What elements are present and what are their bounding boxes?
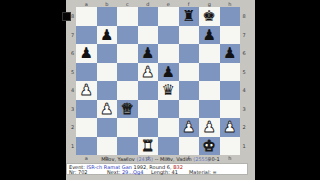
players-separator: -- — [153, 156, 160, 162]
board-panel: abcdefgh abcdefgh 87654321 87654321 ♜♚♟♟… — [66, 0, 255, 180]
square-b7: ♟ — [97, 26, 118, 45]
square-e4: ♛ — [158, 81, 179, 100]
square-a4: ♟ — [76, 81, 97, 100]
square-a3 — [76, 100, 97, 119]
square-b5 — [97, 63, 118, 82]
rank-label-7: 7 — [70, 26, 76, 45]
square-a8 — [76, 7, 97, 26]
white-pawn-d5: ♟ — [138, 63, 159, 82]
file-label-f: f — [179, 1, 200, 7]
black-pawn-a6: ♟ — [76, 44, 97, 63]
square-h2: ♟ — [220, 118, 241, 137]
square-b1 — [97, 137, 118, 156]
rank-label-6: 6 — [70, 44, 76, 63]
square-c3: ♛ — [117, 100, 138, 119]
white-pawn-g2: ♟ — [199, 118, 220, 137]
next-move: Next: 29...Qg4 — [107, 170, 143, 175]
rank-label-5: 5 — [241, 63, 247, 82]
rank-label-7: 7 — [241, 26, 247, 45]
square-c2 — [117, 118, 138, 137]
square-f3 — [179, 100, 200, 119]
rank-label-2: 2 — [70, 118, 76, 137]
square-d7 — [138, 26, 159, 45]
game-result: 0-1 — [210, 156, 220, 162]
white-player-name: Milov, Yaacov — [101, 156, 135, 162]
rank-labels-right: 87654321 — [241, 7, 247, 155]
white-pawn-b3: ♟ — [97, 100, 118, 119]
file-label-c: c — [117, 1, 138, 7]
square-b6 — [97, 44, 118, 63]
square-g2: ♟ — [199, 118, 220, 137]
square-g1: ♚ — [199, 137, 220, 156]
players-line: Milov, Yaacov (2415) -- Milov, Vadim (25… — [66, 157, 255, 162]
square-c4 — [117, 81, 138, 100]
white-king-g1: ♚ — [199, 137, 220, 156]
square-d8 — [138, 7, 159, 26]
black-player-name: Milov, Vadim — [160, 156, 192, 162]
rank-label-3: 3 — [70, 100, 76, 119]
square-c5 — [117, 63, 138, 82]
white-pawn-f2: ♟ — [179, 118, 200, 137]
black-pawn-b7: ♟ — [97, 26, 118, 45]
white-pawn-h2: ♟ — [220, 118, 241, 137]
rank-labels-left: 87654321 — [70, 7, 76, 155]
square-d1: ♜ — [138, 137, 159, 156]
square-a5 — [76, 63, 97, 82]
square-b8 — [97, 7, 118, 26]
game-length: Length: 41 — [151, 170, 178, 175]
black-to-move-indicator — [62, 12, 71, 21]
file-labels-top: abcdefgh — [76, 1, 240, 7]
rank-label-3: 3 — [241, 100, 247, 119]
rank-label-1: 1 — [70, 137, 76, 156]
square-h6: ♟ — [220, 44, 241, 63]
file-label-a: a — [76, 1, 97, 7]
black-queen-e4: ♛ — [158, 81, 179, 100]
square-e6 — [158, 44, 179, 63]
file-label-b: b — [97, 1, 118, 7]
square-h8 — [220, 7, 241, 26]
black-pawn-g7: ♟ — [199, 26, 220, 45]
square-g4 — [199, 81, 220, 100]
white-pawn-a4: ♟ — [76, 81, 97, 100]
square-c1 — [117, 137, 138, 156]
chess-board: ♜♚♟♟♟♟♟♟♟♟♛♟♛♟♟♟♜♚ — [76, 7, 240, 155]
square-d2 — [138, 118, 159, 137]
square-c7 — [117, 26, 138, 45]
file-label-e: e — [158, 1, 179, 7]
square-b3: ♟ — [97, 100, 118, 119]
square-e8 — [158, 7, 179, 26]
square-e2 — [158, 118, 179, 137]
rank-label-8: 8 — [241, 7, 247, 26]
square-d3 — [138, 100, 159, 119]
square-d5: ♟ — [138, 63, 159, 82]
material-balance: Material: = — [189, 170, 217, 175]
square-a2 — [76, 118, 97, 137]
square-f2: ♟ — [179, 118, 200, 137]
white-player-elo: (2415) — [136, 156, 153, 162]
rank-label-4: 4 — [241, 81, 247, 100]
rank-label-1: 1 — [241, 137, 247, 156]
square-g8: ♚ — [199, 7, 220, 26]
square-g3 — [199, 100, 220, 119]
square-a7 — [76, 26, 97, 45]
file-label-g: g — [199, 1, 220, 7]
game-number: Nr: 702 — [69, 170, 88, 175]
square-f6 — [179, 44, 200, 63]
black-rook-f8: ♜ — [179, 7, 200, 26]
rank-label-5: 5 — [70, 63, 76, 82]
rank-label-6: 6 — [241, 44, 247, 63]
square-g7: ♟ — [199, 26, 220, 45]
square-h5 — [220, 63, 241, 82]
square-c6 — [117, 44, 138, 63]
square-f1 — [179, 137, 200, 156]
black-pawn-h6: ♟ — [220, 44, 241, 63]
square-b4 — [97, 81, 118, 100]
file-label-h: h — [220, 1, 241, 7]
square-h3 — [220, 100, 241, 119]
square-a1 — [76, 137, 97, 156]
square-h7 — [220, 26, 241, 45]
black-pawn-e5: ♟ — [158, 63, 179, 82]
square-h4 — [220, 81, 241, 100]
black-player-elo: (2555) — [193, 156, 210, 162]
square-f4 — [179, 81, 200, 100]
square-f5 — [179, 63, 200, 82]
square-a6: ♟ — [76, 44, 97, 63]
black-pawn-d6: ♟ — [138, 44, 159, 63]
square-c8 — [117, 7, 138, 26]
square-e5: ♟ — [158, 63, 179, 82]
square-h1 — [220, 137, 241, 156]
rank-label-2: 2 — [241, 118, 247, 137]
black-king-g8: ♚ — [199, 7, 220, 26]
white-rook-d1: ♜ — [138, 137, 159, 156]
square-e3 — [158, 100, 179, 119]
square-e1 — [158, 137, 179, 156]
square-g5 — [199, 63, 220, 82]
square-e7 — [158, 26, 179, 45]
file-label-d: d — [138, 1, 159, 7]
rank-label-4: 4 — [70, 81, 76, 100]
square-g6 — [199, 44, 220, 63]
game-info-box: Event: ISR-ch Ramat Gan 1992, Round 6, B… — [66, 163, 248, 175]
square-b2 — [97, 118, 118, 137]
square-f8: ♜ — [179, 7, 200, 26]
white-queen-c3: ♛ — [117, 100, 138, 119]
square-d4 — [138, 81, 159, 100]
square-f7 — [179, 26, 200, 45]
square-d6: ♟ — [138, 44, 159, 63]
